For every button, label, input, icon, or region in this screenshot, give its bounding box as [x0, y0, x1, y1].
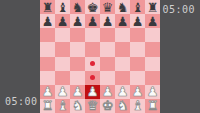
piece-black-rook: ♜	[42, 1, 54, 14]
piece-black-rook: ♜	[147, 1, 159, 14]
piece-white-bishop: ♝	[57, 99, 69, 112]
piece-white-pawn: ♟	[117, 85, 129, 98]
square-c4[interactable]	[70, 57, 85, 71]
square-h7[interactable]: ♟	[145, 14, 160, 28]
square-g8[interactable]: ♝	[130, 0, 145, 14]
square-b7[interactable]: ♟	[55, 14, 70, 28]
square-g2[interactable]: ♟	[130, 85, 145, 99]
black-clock: 05:00	[162, 5, 195, 15]
square-d6[interactable]	[85, 28, 100, 42]
square-f8[interactable]: ♞	[115, 0, 130, 14]
legal-move-dot-d4[interactable]	[90, 61, 95, 66]
square-d5[interactable]	[85, 42, 100, 56]
piece-white-pawn: ♟	[72, 85, 84, 98]
square-e7[interactable]: ♟	[100, 14, 115, 28]
piece-black-pawn: ♟	[102, 15, 114, 28]
piece-black-pawn: ♟	[87, 15, 99, 28]
piece-black-pawn: ♟	[72, 15, 84, 28]
square-f4[interactable]	[115, 57, 130, 71]
square-g7[interactable]: ♟	[130, 14, 145, 28]
piece-white-pawn: ♟	[102, 85, 114, 98]
square-e1[interactable]: ♚	[100, 99, 115, 113]
piece-black-king: ♚	[87, 1, 99, 14]
square-b8[interactable]: ♝	[55, 0, 70, 14]
square-a5[interactable]	[40, 42, 55, 56]
piece-white-knight: ♞	[72, 99, 84, 112]
square-e4[interactable]	[100, 57, 115, 71]
piece-white-king: ♚	[102, 99, 114, 112]
piece-white-pawn: ♟	[147, 85, 159, 98]
piece-white-knight: ♞	[117, 99, 129, 112]
square-f7[interactable]: ♟	[115, 14, 130, 28]
piece-black-pawn: ♟	[147, 15, 159, 28]
square-g4[interactable]	[130, 57, 145, 71]
square-h5[interactable]	[145, 42, 160, 56]
square-f5[interactable]	[115, 42, 130, 56]
square-d3[interactable]	[85, 71, 100, 85]
piece-white-pawn: ♟	[42, 85, 54, 98]
square-b6[interactable]	[55, 28, 70, 42]
square-d4[interactable]	[85, 57, 100, 71]
square-a4[interactable]	[40, 57, 55, 71]
piece-black-pawn: ♟	[42, 15, 54, 28]
square-f6[interactable]	[115, 28, 130, 42]
piece-black-pawn: ♟	[57, 15, 69, 28]
square-c6[interactable]	[70, 28, 85, 42]
square-c3[interactable]	[70, 71, 85, 85]
square-e2[interactable]: ♟	[100, 85, 115, 99]
square-a1[interactable]: ♜	[40, 99, 55, 113]
square-d8[interactable]: ♚	[85, 0, 100, 14]
piece-black-bishop: ♝	[57, 1, 69, 14]
piece-black-queen: ♛	[102, 1, 114, 14]
piece-white-bishop: ♝	[132, 99, 144, 112]
square-d7[interactable]: ♟	[85, 14, 100, 28]
piece-white-rook: ♜	[147, 99, 159, 112]
piece-white-pawn: ♟	[57, 85, 69, 98]
square-c1[interactable]: ♞	[70, 99, 85, 113]
piece-white-rook: ♜	[42, 99, 54, 112]
square-e6[interactable]	[100, 28, 115, 42]
square-b1[interactable]: ♝	[55, 99, 70, 113]
piece-black-knight: ♞	[72, 1, 84, 14]
square-h6[interactable]	[145, 28, 160, 42]
square-h3[interactable]	[145, 71, 160, 85]
piece-black-pawn: ♟	[117, 15, 129, 28]
square-d1[interactable]: ♛	[85, 99, 100, 113]
piece-white-queen: ♛	[87, 99, 99, 112]
piece-black-knight: ♞	[117, 1, 129, 14]
white-clock: 05:00	[5, 97, 38, 107]
square-f1[interactable]: ♞	[115, 99, 130, 113]
square-e8[interactable]: ♛	[100, 0, 115, 14]
square-b4[interactable]	[55, 57, 70, 71]
square-a8[interactable]: ♜	[40, 0, 55, 14]
square-a6[interactable]	[40, 28, 55, 42]
square-b3[interactable]	[55, 71, 70, 85]
square-a3[interactable]	[40, 71, 55, 85]
selected-square-d2[interactable]: ♟	[85, 85, 100, 99]
square-c7[interactable]: ♟	[70, 14, 85, 28]
square-c2[interactable]: ♟	[70, 85, 85, 99]
legal-move-dot-d3[interactable]	[90, 75, 95, 80]
square-h1[interactable]: ♜	[145, 99, 160, 113]
square-b2[interactable]: ♟	[55, 85, 70, 99]
square-c8[interactable]: ♞	[70, 0, 85, 14]
square-h4[interactable]	[145, 57, 160, 71]
square-c5[interactable]	[70, 42, 85, 56]
square-e3[interactable]	[100, 71, 115, 85]
chess-board: ♜♝♞♚♛♞♝♜♟♟♟♟♟♟♟♟♟♟♟♟♟♟♟♟♜♝♞♛♚♞♝♜	[40, 0, 160, 113]
square-a7[interactable]: ♟	[40, 14, 55, 28]
square-g6[interactable]	[130, 28, 145, 42]
square-e5[interactable]	[100, 42, 115, 56]
piece-white-pawn: ♟	[132, 85, 144, 98]
square-f2[interactable]: ♟	[115, 85, 130, 99]
square-h2[interactable]: ♟	[145, 85, 160, 99]
square-a2[interactable]: ♟	[40, 85, 55, 99]
square-g5[interactable]	[130, 42, 145, 56]
square-g3[interactable]	[130, 71, 145, 85]
chess-app-screen: 05:00 ♜♝♞♚♛♞♝♜♟♟♟♟♟♟♟♟♟♟♟♟♟♟♟♟♜♝♞♛♚♞♝♜ 0…	[0, 0, 200, 113]
piece-black-bishop: ♝	[132, 1, 144, 14]
piece-black-pawn: ♟	[132, 15, 144, 28]
square-h8[interactable]: ♜	[145, 0, 160, 14]
square-f3[interactable]	[115, 71, 130, 85]
square-b5[interactable]	[55, 42, 70, 56]
piece-white-pawn: ♟	[87, 85, 99, 98]
square-g1[interactable]: ♝	[130, 99, 145, 113]
